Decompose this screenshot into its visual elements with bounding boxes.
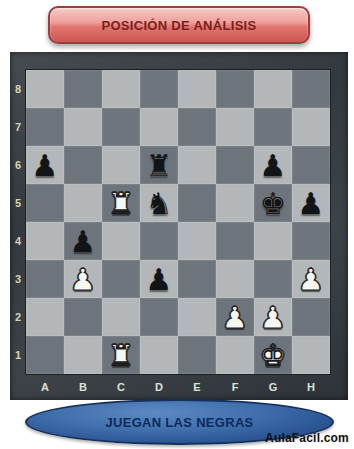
square-d7[interactable] [140, 108, 178, 146]
rank-label-4: 4 [10, 222, 26, 260]
black-pawn-g6[interactable]: ♟ [254, 146, 292, 184]
square-g6[interactable]: ♟ [254, 146, 292, 184]
file-label-d: D [140, 374, 178, 400]
rank-label-6: 6 [10, 146, 26, 184]
square-a4[interactable] [26, 222, 64, 260]
white-rook-c1[interactable]: ♜ [102, 336, 140, 374]
rank-label-1: 1 [10, 336, 26, 374]
square-a3[interactable] [26, 260, 64, 298]
square-g4[interactable] [254, 222, 292, 260]
square-g5[interactable]: ♚ [254, 184, 292, 222]
square-b2[interactable] [64, 298, 102, 336]
square-b4[interactable]: ♟ [64, 222, 102, 260]
file-label-c: C [102, 374, 140, 400]
white-pawn-f2[interactable]: ♟ [216, 298, 254, 336]
square-g3[interactable] [254, 260, 292, 298]
site-credit: AulaFacil.com [265, 431, 349, 445]
black-rook-d6[interactable]: ♜ [140, 146, 178, 184]
file-label-g: G [254, 374, 292, 400]
square-a8[interactable] [26, 70, 64, 108]
white-king-g1[interactable]: ♚ [254, 336, 292, 374]
white-pawn-b3[interactable]: ♟ [64, 260, 102, 298]
square-h2[interactable] [292, 298, 330, 336]
file-label-a: A [26, 374, 64, 400]
square-f6[interactable] [216, 146, 254, 184]
black-king-g5[interactable]: ♚ [254, 184, 292, 222]
black-knight-d5[interactable]: ♞ [140, 184, 178, 222]
square-a6[interactable]: ♟ [26, 146, 64, 184]
black-pawn-d3[interactable]: ♟ [140, 260, 178, 298]
rank-label-2: 2 [10, 298, 26, 336]
square-f7[interactable] [216, 108, 254, 146]
square-g1[interactable]: ♚ [254, 336, 292, 374]
black-pawn-a6[interactable]: ♟ [26, 146, 64, 184]
square-d6[interactable]: ♜ [140, 146, 178, 184]
square-c7[interactable] [102, 108, 140, 146]
file-label-e: E [178, 374, 216, 400]
chess-board: 87654321 ♟♜♟♜♞♚♟♟♟♟♟♟♟♜♚ ABCDEFGH [10, 52, 348, 400]
turn-banner-label: JUEGAN LAS NEGRAS [105, 415, 253, 430]
rank-label-7: 7 [10, 108, 26, 146]
file-label-f: F [216, 374, 254, 400]
square-f5[interactable] [216, 184, 254, 222]
square-c6[interactable] [102, 146, 140, 184]
file-label-h: H [292, 374, 330, 400]
rank-labels: 87654321 [10, 70, 26, 374]
black-pawn-h5[interactable]: ♟ [292, 184, 330, 222]
square-g8[interactable] [254, 70, 292, 108]
square-c8[interactable] [102, 70, 140, 108]
square-e7[interactable] [178, 108, 216, 146]
square-b5[interactable] [64, 184, 102, 222]
square-e2[interactable] [178, 298, 216, 336]
square-a2[interactable] [26, 298, 64, 336]
square-d2[interactable] [140, 298, 178, 336]
square-f2[interactable]: ♟ [216, 298, 254, 336]
rank-label-3: 3 [10, 260, 26, 298]
analysis-banner-label: POSICIÓN DE ANÁLISIS [101, 18, 256, 33]
square-g2[interactable]: ♟ [254, 298, 292, 336]
square-c2[interactable] [102, 298, 140, 336]
square-d1[interactable] [140, 336, 178, 374]
square-d8[interactable] [140, 70, 178, 108]
square-d5[interactable]: ♞ [140, 184, 178, 222]
square-a1[interactable] [26, 336, 64, 374]
square-e3[interactable] [178, 260, 216, 298]
white-pawn-h3[interactable]: ♟ [292, 260, 330, 298]
square-d4[interactable] [140, 222, 178, 260]
square-c3[interactable] [102, 260, 140, 298]
square-b7[interactable] [64, 108, 102, 146]
square-e1[interactable] [178, 336, 216, 374]
black-pawn-b4[interactable]: ♟ [64, 222, 102, 260]
square-h3[interactable]: ♟ [292, 260, 330, 298]
square-f3[interactable] [216, 260, 254, 298]
square-a7[interactable] [26, 108, 64, 146]
square-h7[interactable] [292, 108, 330, 146]
file-label-b: B [64, 374, 102, 400]
square-h8[interactable] [292, 70, 330, 108]
square-c5[interactable]: ♜ [102, 184, 140, 222]
square-e5[interactable] [178, 184, 216, 222]
square-b6[interactable] [64, 146, 102, 184]
square-b1[interactable] [64, 336, 102, 374]
square-g7[interactable] [254, 108, 292, 146]
square-e8[interactable] [178, 70, 216, 108]
square-h4[interactable] [292, 222, 330, 260]
square-c1[interactable]: ♜ [102, 336, 140, 374]
square-f1[interactable] [216, 336, 254, 374]
square-d3[interactable]: ♟ [140, 260, 178, 298]
square-f8[interactable] [216, 70, 254, 108]
square-b3[interactable]: ♟ [64, 260, 102, 298]
square-e6[interactable] [178, 146, 216, 184]
white-rook-c5[interactable]: ♜ [102, 184, 140, 222]
square-c4[interactable] [102, 222, 140, 260]
square-f4[interactable] [216, 222, 254, 260]
square-b8[interactable] [64, 70, 102, 108]
white-pawn-g2[interactable]: ♟ [254, 298, 292, 336]
square-a5[interactable] [26, 184, 64, 222]
square-h1[interactable] [292, 336, 330, 374]
square-h6[interactable] [292, 146, 330, 184]
board-grid: ♟♜♟♜♞♚♟♟♟♟♟♟♟♜♚ [26, 70, 330, 374]
square-h5[interactable]: ♟ [292, 184, 330, 222]
square-e4[interactable] [178, 222, 216, 260]
analysis-banner: POSICIÓN DE ANÁLISIS [48, 6, 310, 44]
page: POSICIÓN DE ANÁLISIS 87654321 ♟♜♟♜♞♚♟♟♟♟… [0, 0, 354, 449]
rank-label-8: 8 [10, 70, 26, 108]
file-labels: ABCDEFGH [26, 374, 330, 400]
rank-label-5: 5 [10, 184, 26, 222]
